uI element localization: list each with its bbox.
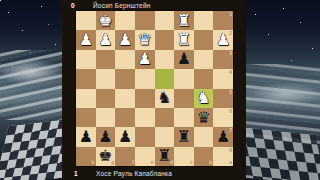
square-d4[interactable] [155, 69, 175, 88]
rank-label-7: 7 [229, 128, 232, 133]
square-g1[interactable]: ♚ [96, 11, 116, 30]
square-a6[interactable]: 6 [213, 108, 233, 127]
player-top-score: 0 [71, 2, 79, 9]
square-b2[interactable] [194, 30, 214, 49]
square-c1[interactable]: ♜ [174, 11, 194, 30]
piece-white-rook[interactable]: ♜ [177, 32, 191, 48]
square-e4[interactable] [135, 69, 155, 88]
player-bar-bottom: 1 Хосе Рауль Капабланка [62, 167, 246, 180]
piece-black-pawn[interactable]: ♟ [216, 129, 230, 145]
square-h8[interactable]: h [76, 147, 96, 166]
square-f7[interactable]: ♟ [115, 127, 135, 146]
square-d6[interactable] [155, 108, 175, 127]
square-e3[interactable]: ♟ [135, 50, 155, 69]
piece-black-knight[interactable]: ♞ [157, 90, 171, 106]
rank-label-5: 5 [229, 90, 232, 95]
square-e6[interactable] [135, 108, 155, 127]
file-label-f: f [132, 160, 134, 165]
square-f6[interactable] [115, 108, 135, 127]
rank-label-2: 2 [229, 31, 232, 36]
square-e7[interactable] [135, 127, 155, 146]
square-a5[interactable]: 5 [213, 89, 233, 108]
square-a8[interactable]: 8a [213, 147, 233, 166]
square-e2[interactable]: ♛ [135, 30, 155, 49]
file-label-d: d [170, 160, 173, 165]
square-c7[interactable]: ♜ [174, 127, 194, 146]
piece-white-king[interactable]: ♚ [98, 13, 112, 29]
square-a1[interactable]: 1 [213, 11, 233, 30]
square-f5[interactable] [115, 89, 135, 108]
square-a3[interactable]: 3 [213, 50, 233, 69]
player-top-name: Йосип Бернштейн [93, 2, 151, 9]
square-a2[interactable]: ♟2 [213, 30, 233, 49]
piece-black-pawn[interactable]: ♟ [118, 129, 132, 145]
game-panel: 0 Йосип Бернштейн ♚♜1♟♟♟♛♜♟2♟♟34♞♞5♛6♟♟♟… [62, 0, 246, 180]
square-h7[interactable]: ♟ [76, 127, 96, 146]
piece-black-pawn[interactable]: ♟ [79, 129, 93, 145]
square-d5[interactable]: ♞ [155, 89, 175, 108]
square-h5[interactable] [76, 89, 96, 108]
square-b4[interactable] [194, 69, 214, 88]
square-d1[interactable] [155, 11, 175, 30]
square-e1[interactable] [135, 11, 155, 30]
square-c6[interactable] [174, 108, 194, 127]
file-label-a: a [229, 160, 232, 165]
square-h2[interactable]: ♟ [76, 30, 96, 49]
piece-white-queen[interactable]: ♛ [138, 32, 152, 48]
square-b7[interactable] [194, 127, 214, 146]
square-a7[interactable]: ♟7 [213, 127, 233, 146]
square-c8[interactable]: c [174, 147, 194, 166]
piece-white-knight[interactable]: ♞ [196, 90, 210, 106]
piece-black-rook[interactable]: ♜ [177, 129, 191, 145]
square-g6[interactable] [96, 108, 116, 127]
player-bottom-score: 1 [74, 170, 82, 177]
piece-white-pawn[interactable]: ♟ [79, 32, 93, 48]
piece-white-pawn[interactable]: ♟ [138, 51, 152, 67]
file-label-b: b [209, 160, 212, 165]
file-label-h: h [92, 160, 95, 165]
square-f3[interactable] [115, 50, 135, 69]
square-c4[interactable] [174, 69, 194, 88]
square-b5[interactable]: ♞ [194, 89, 214, 108]
stars-decoration [0, 0, 1, 1]
square-f4[interactable] [115, 69, 135, 88]
square-h6[interactable] [76, 108, 96, 127]
square-g3[interactable] [96, 50, 116, 69]
piece-black-pawn[interactable]: ♟ [177, 51, 191, 67]
square-e5[interactable] [135, 89, 155, 108]
rank-label-3: 3 [229, 51, 232, 56]
square-d8[interactable]: ♜d [155, 147, 175, 166]
square-a4[interactable]: 4 [213, 69, 233, 88]
square-g5[interactable] [96, 89, 116, 108]
square-g2[interactable]: ♟ [96, 30, 116, 49]
square-h4[interactable] [76, 69, 96, 88]
chess-board[interactable]: ♚♜1♟♟♟♛♜♟2♟♟34♞♞5♛6♟♟♟♜♟7h♚gfe♜dcb8a [76, 11, 233, 166]
player-bottom-name: Хосе Рауль Капабланка [96, 170, 172, 177]
square-g7[interactable]: ♟ [96, 127, 116, 146]
file-label-e: e [151, 160, 154, 165]
piece-white-pawn[interactable]: ♟ [118, 32, 132, 48]
square-d7[interactable] [155, 127, 175, 146]
scene: 0 Йосип Бернштейн ♚♜1♟♟♟♛♜♟2♟♟34♞♞5♛6♟♟♟… [0, 0, 320, 180]
piece-black-pawn[interactable]: ♟ [98, 129, 112, 145]
piece-white-pawn[interactable]: ♟ [98, 32, 112, 48]
piece-white-pawn[interactable]: ♟ [216, 32, 230, 48]
rank-label-8: 8 [229, 148, 232, 153]
square-b3[interactable] [194, 50, 214, 69]
square-f8[interactable]: f [115, 147, 135, 166]
rank-label-4: 4 [229, 70, 232, 75]
rank-label-1: 1 [229, 12, 232, 17]
square-b8[interactable]: b [194, 147, 214, 166]
square-c5[interactable] [174, 89, 194, 108]
square-d3[interactable] [155, 50, 175, 69]
square-c3[interactable]: ♟ [174, 50, 194, 69]
piece-black-queen[interactable]: ♛ [196, 110, 210, 126]
piece-white-rook[interactable]: ♜ [177, 13, 191, 29]
square-c2[interactable]: ♜ [174, 30, 194, 49]
square-h1[interactable] [76, 11, 96, 30]
player-bar-top: 0 Йосип Бернштейн [62, 0, 246, 11]
checkerboard-floor-right [233, 126, 320, 180]
square-h3[interactable] [76, 50, 96, 69]
square-g8[interactable]: ♚g [96, 147, 116, 166]
square-b6[interactable]: ♛ [194, 108, 214, 127]
square-e8[interactable]: e [135, 147, 155, 166]
square-f2[interactable]: ♟ [115, 30, 135, 49]
file-label-g: g [111, 160, 114, 165]
sea-waves-left [0, 50, 62, 120]
square-b1[interactable] [194, 11, 214, 30]
square-f1[interactable] [115, 11, 135, 30]
file-label-c: c [190, 160, 193, 165]
square-d2[interactable] [155, 30, 175, 49]
rank-label-6: 6 [229, 109, 232, 114]
square-g4[interactable] [96, 69, 116, 88]
